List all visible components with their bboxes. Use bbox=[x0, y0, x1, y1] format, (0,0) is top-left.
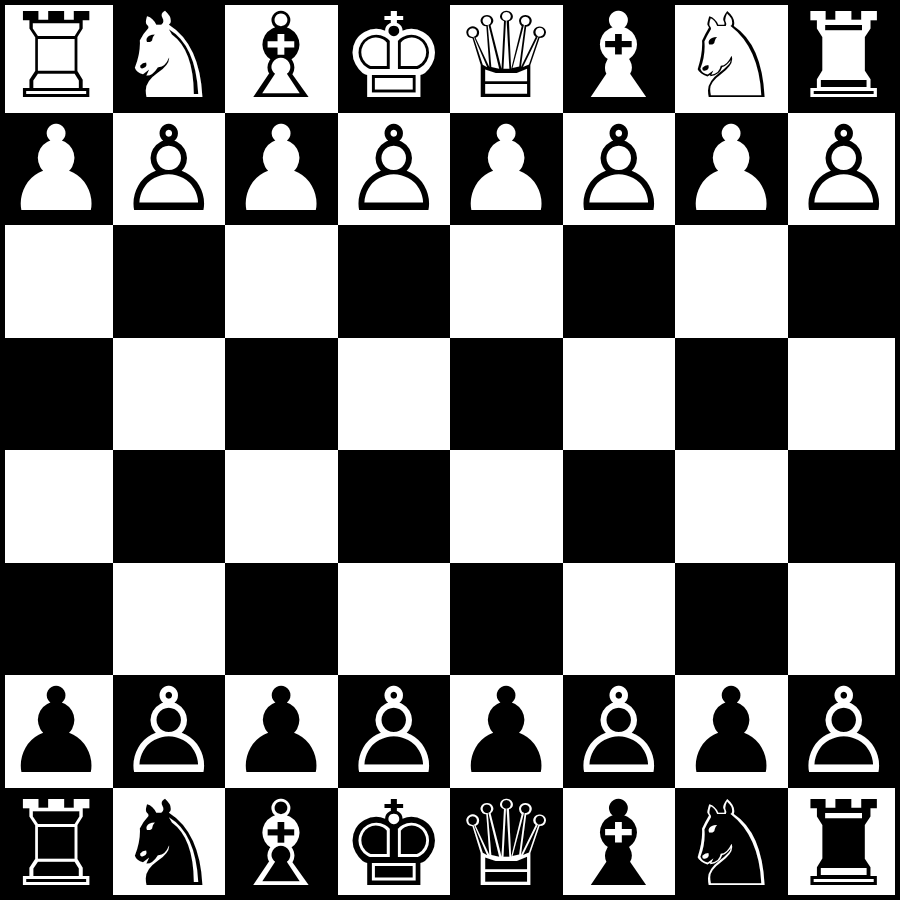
piece-white-king: ♚ bbox=[341, 0, 447, 113]
piece-black-pawn: ♟︎ bbox=[228, 675, 334, 788]
square-e1[interactable]: ♚ bbox=[338, 0, 451, 113]
square-a4[interactable] bbox=[788, 338, 900, 451]
piece-white-pawn: ♙ bbox=[341, 113, 447, 226]
square-g2[interactable]: ♙ bbox=[113, 113, 226, 226]
square-c3[interactable] bbox=[563, 225, 676, 338]
piece-black-rook: ♜ bbox=[791, 788, 897, 900]
square-d1[interactable]: ♕ bbox=[450, 0, 563, 113]
square-c5[interactable] bbox=[563, 450, 676, 563]
piece-black-pawn: ♙ bbox=[341, 675, 447, 788]
square-h8[interactable]: ♖ bbox=[0, 788, 113, 900]
piece-white-pawn: ♙ bbox=[566, 113, 672, 226]
square-e5[interactable] bbox=[338, 450, 451, 563]
square-b8[interactable]: ♘ bbox=[675, 788, 788, 900]
square-c4[interactable] bbox=[563, 338, 676, 451]
piece-black-pawn: ♙ bbox=[566, 675, 672, 788]
square-a3[interactable] bbox=[788, 225, 900, 338]
piece-white-pawn: ♟︎ bbox=[3, 113, 109, 226]
square-g1[interactable]: ♞ bbox=[113, 0, 226, 113]
square-e6[interactable] bbox=[338, 563, 451, 676]
square-d4[interactable] bbox=[450, 338, 563, 451]
square-h2[interactable]: ♟︎ bbox=[0, 113, 113, 226]
square-h7[interactable]: ♟︎ bbox=[0, 675, 113, 788]
piece-black-pawn: ♙ bbox=[116, 675, 222, 788]
square-h4[interactable] bbox=[0, 338, 113, 451]
piece-white-rook: ♖ bbox=[3, 0, 109, 113]
square-f3[interactable] bbox=[225, 225, 338, 338]
square-e4[interactable] bbox=[338, 338, 451, 451]
square-d2[interactable]: ♟︎ bbox=[450, 113, 563, 226]
square-b1[interactable]: ♘ bbox=[675, 0, 788, 113]
square-g8[interactable]: ♞ bbox=[113, 788, 226, 900]
piece-white-pawn: ♟︎ bbox=[228, 113, 334, 226]
square-d3[interactable] bbox=[450, 225, 563, 338]
square-f6[interactable] bbox=[225, 563, 338, 676]
piece-white-bishop: ♗ bbox=[228, 0, 334, 113]
square-g3[interactable] bbox=[113, 225, 226, 338]
piece-black-pawn: ♟︎ bbox=[3, 675, 109, 788]
piece-black-king: ♚ bbox=[341, 788, 447, 900]
square-g6[interactable] bbox=[113, 563, 226, 676]
piece-black-pawn: ♟︎ bbox=[678, 675, 784, 788]
square-h5[interactable] bbox=[0, 450, 113, 563]
square-c7[interactable]: ♙ bbox=[563, 675, 676, 788]
square-c2[interactable]: ♙ bbox=[563, 113, 676, 226]
square-a7[interactable]: ♙ bbox=[788, 675, 900, 788]
square-c1[interactable]: ♝ bbox=[563, 0, 676, 113]
square-e8[interactable]: ♚ bbox=[338, 788, 451, 900]
square-g4[interactable] bbox=[113, 338, 226, 451]
piece-white-pawn: ♟︎ bbox=[453, 113, 559, 226]
piece-black-pawn: ♟︎ bbox=[453, 675, 559, 788]
piece-black-bishop: ♝ bbox=[566, 788, 672, 900]
piece-black-rook: ♖ bbox=[3, 788, 109, 900]
square-f4[interactable] bbox=[225, 338, 338, 451]
square-f8[interactable]: ♗ bbox=[225, 788, 338, 900]
square-b2[interactable]: ♟︎ bbox=[675, 113, 788, 226]
square-a8[interactable]: ♜ bbox=[788, 788, 900, 900]
square-h6[interactable] bbox=[0, 563, 113, 676]
square-b5[interactable] bbox=[675, 450, 788, 563]
square-f1[interactable]: ♗ bbox=[225, 0, 338, 113]
square-e2[interactable]: ♙ bbox=[338, 113, 451, 226]
piece-white-pawn: ♙ bbox=[116, 113, 222, 226]
piece-black-pawn: ♙ bbox=[791, 675, 897, 788]
piece-white-bishop: ♝ bbox=[566, 0, 672, 113]
piece-black-queen: ♕ bbox=[453, 788, 559, 900]
square-b7[interactable]: ♟︎ bbox=[675, 675, 788, 788]
piece-white-knight: ♘ bbox=[678, 0, 784, 113]
chessboard-grid: ♖♞♗♚♕♝♘♜♟︎♙♟︎♙♟︎♙♟︎♙♟︎♙♟︎♙♟︎♙♟︎♙♖♞♗♚♕♝♘♜ bbox=[0, 0, 900, 900]
piece-white-knight: ♞ bbox=[116, 0, 222, 113]
piece-black-knight: ♘ bbox=[678, 788, 784, 900]
square-a2[interactable]: ♙ bbox=[788, 113, 900, 226]
square-e3[interactable] bbox=[338, 225, 451, 338]
square-h1[interactable]: ♖ bbox=[0, 0, 113, 113]
square-d7[interactable]: ♟︎ bbox=[450, 675, 563, 788]
square-e7[interactable]: ♙ bbox=[338, 675, 451, 788]
chessboard: ♖♞♗♚♕♝♘♜♟︎♙♟︎♙♟︎♙♟︎♙♟︎♙♟︎♙♟︎♙♟︎♙♖♞♗♚♕♝♘♜ bbox=[0, 0, 900, 900]
square-f5[interactable] bbox=[225, 450, 338, 563]
square-a1[interactable]: ♜ bbox=[788, 0, 900, 113]
square-c8[interactable]: ♝ bbox=[563, 788, 676, 900]
square-b4[interactable] bbox=[675, 338, 788, 451]
square-b6[interactable] bbox=[675, 563, 788, 676]
square-c6[interactable] bbox=[563, 563, 676, 676]
piece-black-bishop: ♗ bbox=[228, 788, 334, 900]
piece-white-queen: ♕ bbox=[453, 0, 559, 113]
square-d5[interactable] bbox=[450, 450, 563, 563]
piece-white-pawn: ♟︎ bbox=[678, 113, 784, 226]
piece-black-knight: ♞ bbox=[116, 788, 222, 900]
square-a6[interactable] bbox=[788, 563, 900, 676]
square-f7[interactable]: ♟︎ bbox=[225, 675, 338, 788]
square-f2[interactable]: ♟︎ bbox=[225, 113, 338, 226]
square-d6[interactable] bbox=[450, 563, 563, 676]
piece-white-pawn: ♙ bbox=[791, 113, 897, 226]
square-b3[interactable] bbox=[675, 225, 788, 338]
piece-white-rook: ♜ bbox=[791, 0, 897, 113]
square-g5[interactable] bbox=[113, 450, 226, 563]
square-d8[interactable]: ♕ bbox=[450, 788, 563, 900]
square-g7[interactable]: ♙ bbox=[113, 675, 226, 788]
square-a5[interactable] bbox=[788, 450, 900, 563]
square-h3[interactable] bbox=[0, 225, 113, 338]
